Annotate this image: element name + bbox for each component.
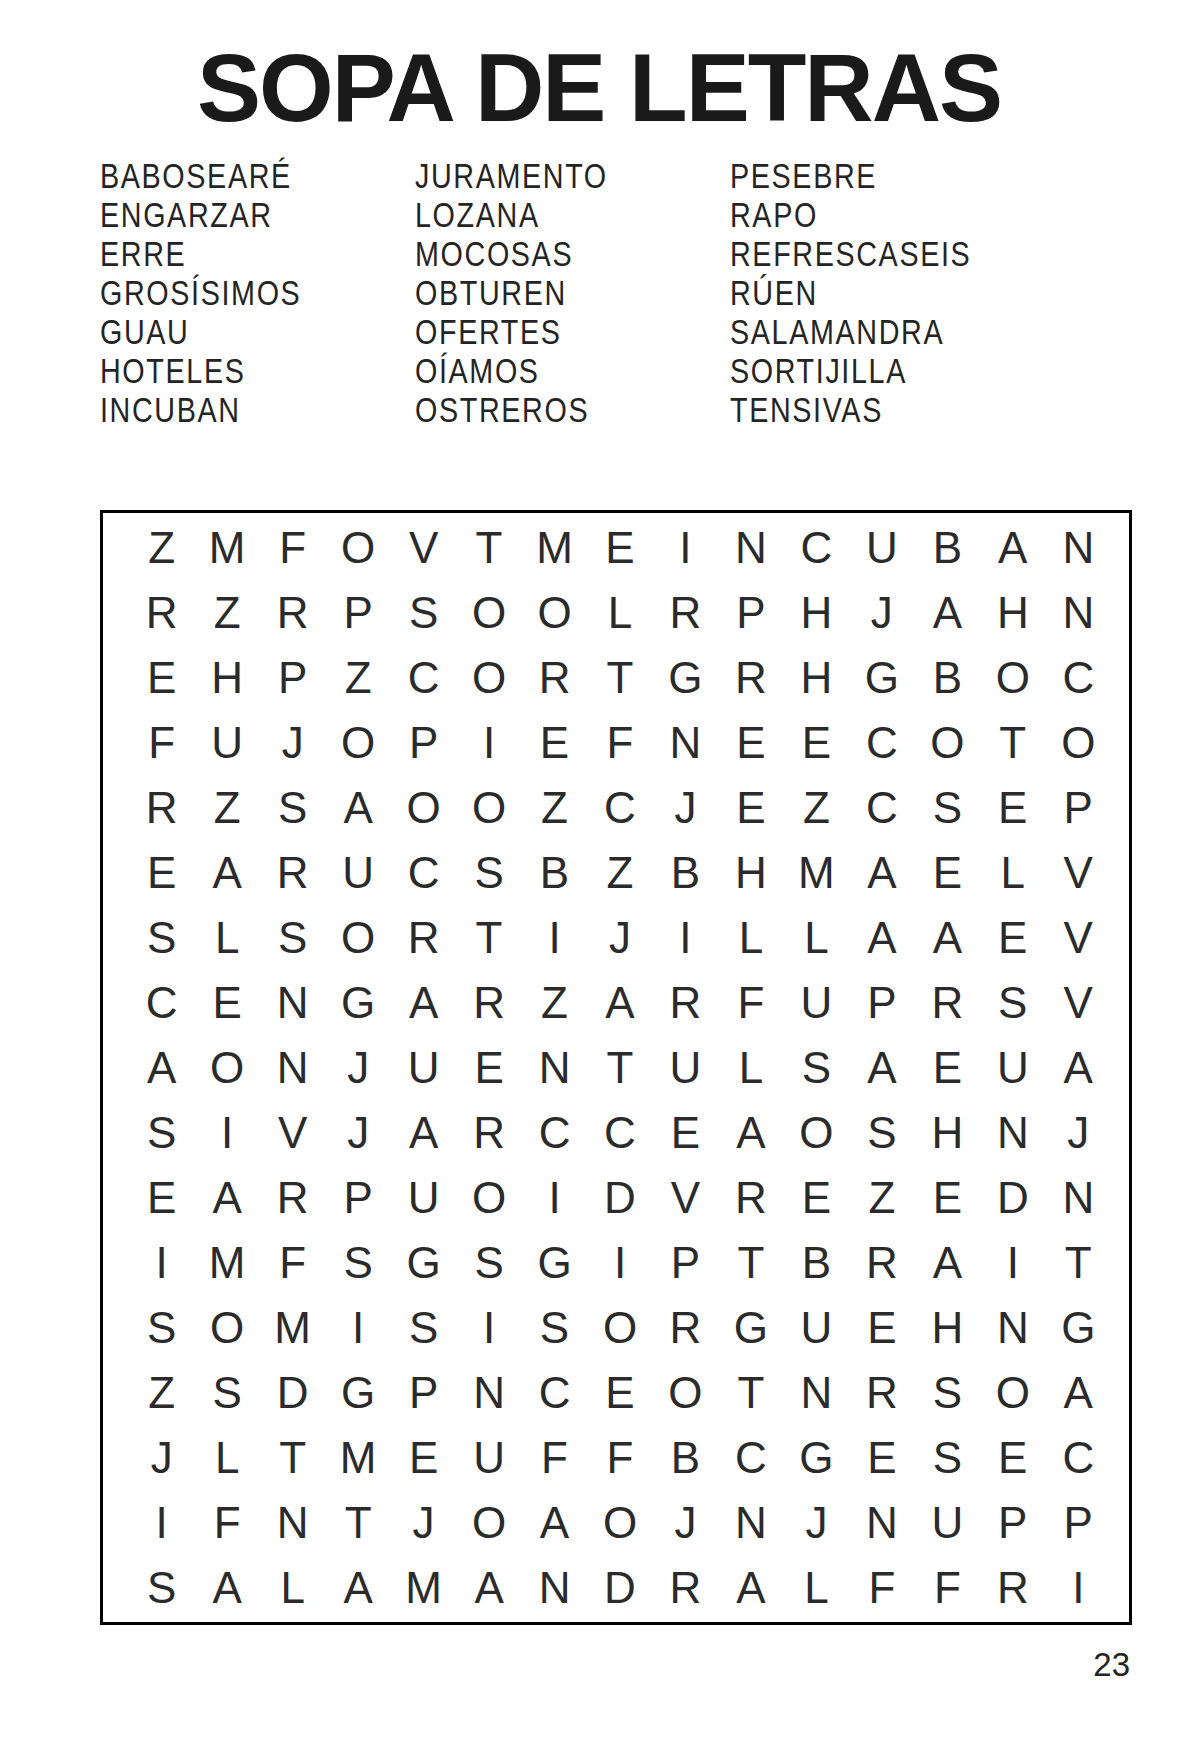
grid-cell[interactable]: A bbox=[325, 775, 390, 840]
grid-cell[interactable]: E bbox=[980, 1425, 1045, 1490]
grid-cell[interactable]: O bbox=[587, 1490, 652, 1555]
grid-cell[interactable]: A bbox=[391, 970, 456, 1035]
grid-cell[interactable]: U bbox=[391, 1165, 456, 1230]
grid-cell[interactable]: F bbox=[718, 970, 783, 1035]
grid-cell[interactable]: U bbox=[784, 1295, 849, 1360]
grid-cell[interactable]: Z bbox=[129, 515, 194, 580]
grid-cell[interactable]: P bbox=[980, 1490, 1045, 1555]
grid-cell[interactable]: E bbox=[784, 710, 849, 775]
grid-cell[interactable]: D bbox=[587, 1555, 652, 1620]
grid-cell[interactable]: E bbox=[784, 1165, 849, 1230]
word-list-item: ENGARZAR bbox=[100, 195, 358, 234]
grid-cell[interactable]: N bbox=[522, 1555, 587, 1620]
grid-cell[interactable]: S bbox=[129, 905, 194, 970]
grid-cell[interactable]: E bbox=[718, 775, 783, 840]
grid-cell[interactable]: T bbox=[456, 905, 521, 970]
grid-cell[interactable]: C bbox=[391, 840, 456, 905]
grid-cell[interactable]: B bbox=[915, 515, 980, 580]
grid-cell[interactable]: E bbox=[129, 840, 194, 905]
grid-cell[interactable]: L bbox=[980, 840, 1045, 905]
grid-cell[interactable]: L bbox=[587, 580, 652, 645]
grid-cell[interactable]: I bbox=[587, 1230, 652, 1295]
grid-cell[interactable]: V bbox=[653, 1165, 718, 1230]
grid-cell[interactable]: B bbox=[784, 1230, 849, 1295]
grid-cell[interactable]: O bbox=[456, 775, 521, 840]
grid-cell[interactable]: R bbox=[653, 1555, 718, 1620]
grid-cell[interactable]: E bbox=[129, 645, 194, 710]
grid-cell[interactable]: J bbox=[129, 1425, 194, 1490]
grid-cell[interactable]: R bbox=[260, 840, 325, 905]
grid-cell[interactable]: I bbox=[129, 1230, 194, 1295]
grid-cell[interactable]: N bbox=[980, 1100, 1045, 1165]
grid-cell[interactable]: U bbox=[456, 1425, 521, 1490]
grid-cell[interactable]: S bbox=[456, 840, 521, 905]
grid-cell[interactable]: F bbox=[915, 1555, 980, 1620]
grid-cell[interactable]: R bbox=[915, 970, 980, 1035]
grid-cell[interactable]: F bbox=[194, 1490, 259, 1555]
grid-cell[interactable]: O bbox=[456, 645, 521, 710]
grid-cell[interactable]: H bbox=[718, 840, 783, 905]
word-list-item: OBTUREN bbox=[415, 273, 673, 312]
grid-cell[interactable]: A bbox=[980, 515, 1045, 580]
grid-cell[interactable]: S bbox=[129, 1100, 194, 1165]
grid-cell[interactable]: S bbox=[915, 1425, 980, 1490]
grid-cell[interactable]: V bbox=[1046, 840, 1111, 905]
grid-cell[interactable]: S bbox=[849, 1100, 914, 1165]
grid-cell[interactable]: P bbox=[325, 1165, 390, 1230]
page-title: SOPA DE LETRAS bbox=[0, 40, 1198, 136]
word-list-item: INCUBAN bbox=[100, 390, 358, 429]
grid-cell[interactable]: Z bbox=[522, 970, 587, 1035]
word-list-item: BABOSEARÉ bbox=[100, 156, 358, 195]
grid-cell[interactable]: N bbox=[653, 710, 718, 775]
page-number: 23 bbox=[100, 1646, 1130, 1684]
grid-cell[interactable]: S bbox=[915, 775, 980, 840]
grid-cell[interactable]: F bbox=[522, 1425, 587, 1490]
grid-cell[interactable]: A bbox=[915, 580, 980, 645]
grid-cell[interactable]: S bbox=[325, 1230, 390, 1295]
grid-cell[interactable]: M bbox=[325, 1425, 390, 1490]
grid-cell[interactable]: I bbox=[980, 1230, 1045, 1295]
grid-cell[interactable]: R bbox=[129, 580, 194, 645]
grid-cell[interactable]: S bbox=[194, 1360, 259, 1425]
word-list-column: JURAMENTOLOZANAMOCOSASOBTURENOFERTESOÍAM… bbox=[415, 156, 730, 429]
grid-cell[interactable]: G bbox=[325, 1360, 390, 1425]
grid-cell[interactable]: E bbox=[915, 840, 980, 905]
word-list-item: HOTELES bbox=[100, 351, 358, 390]
grid-cell[interactable]: S bbox=[129, 1555, 194, 1620]
grid-cell[interactable]: G bbox=[522, 1230, 587, 1295]
grid-cell[interactable]: U bbox=[653, 1035, 718, 1100]
grid-cell[interactable]: T bbox=[260, 1425, 325, 1490]
grid-cell[interactable]: O bbox=[456, 1165, 521, 1230]
grid-cell[interactable]: R bbox=[456, 970, 521, 1035]
grid-cell[interactable]: L bbox=[194, 905, 259, 970]
grid-cell[interactable]: E bbox=[129, 1165, 194, 1230]
word-list-item: RÚEN bbox=[730, 273, 971, 312]
grid-cell[interactable]: I bbox=[1046, 1555, 1111, 1620]
grid-cell[interactable]: R bbox=[718, 1165, 783, 1230]
grid-cell[interactable]: V bbox=[391, 515, 456, 580]
grid-cell[interactable]: O bbox=[980, 1360, 1045, 1425]
grid-cell[interactable]: N bbox=[522, 1035, 587, 1100]
word-list-item: MOCOSAS bbox=[415, 234, 673, 273]
grid-cell[interactable]: A bbox=[849, 840, 914, 905]
grid-cell[interactable]: E bbox=[456, 1035, 521, 1100]
word-list-item: REFRESCASEIS bbox=[730, 234, 971, 273]
grid-cell[interactable]: F bbox=[587, 710, 652, 775]
grid-cell[interactable]: I bbox=[456, 710, 521, 775]
grid-cell[interactable]: H bbox=[980, 580, 1045, 645]
grid-cell[interactable]: T bbox=[980, 710, 1045, 775]
grid-cell[interactable]: O bbox=[1046, 710, 1111, 775]
grid-cell[interactable]: A bbox=[391, 1100, 456, 1165]
grid-cell[interactable]: O bbox=[522, 580, 587, 645]
grid-cell[interactable]: N bbox=[980, 1295, 1045, 1360]
grid-cell[interactable]: E bbox=[915, 1165, 980, 1230]
word-list-item: OÍAMOS bbox=[415, 351, 673, 390]
grid-cell[interactable]: A bbox=[915, 905, 980, 970]
grid-cell[interactable]: R bbox=[849, 1360, 914, 1425]
grid-cell[interactable]: N bbox=[260, 970, 325, 1035]
grid-cell[interactable]: G bbox=[1046, 1295, 1111, 1360]
letter-grid: ZMFOVTMEINCUBANRZRPSOOLRPHJAHNEHPZCORTGR… bbox=[100, 510, 1132, 1625]
grid-cell[interactable]: A bbox=[194, 840, 259, 905]
grid-cell[interactable]: Z bbox=[587, 840, 652, 905]
grid-cell[interactable]: F bbox=[260, 1230, 325, 1295]
word-list-item: JURAMENTO bbox=[415, 156, 673, 195]
grid-cell[interactable]: G bbox=[325, 970, 390, 1035]
grid-cell[interactable]: N bbox=[1046, 580, 1111, 645]
grid-cell[interactable]: N bbox=[784, 1360, 849, 1425]
grid-cell[interactable]: A bbox=[194, 1555, 259, 1620]
grid-cell[interactable]: O bbox=[194, 1295, 259, 1360]
grid-cell[interactable]: E bbox=[522, 710, 587, 775]
grid-cell[interactable]: M bbox=[194, 1230, 259, 1295]
grid-cell[interactable]: O bbox=[325, 905, 390, 970]
grid-cell[interactable]: D bbox=[260, 1360, 325, 1425]
grid-cell[interactable]: H bbox=[915, 1295, 980, 1360]
grid-cell[interactable]: N bbox=[849, 1490, 914, 1555]
grid-cell[interactable]: J bbox=[325, 1035, 390, 1100]
grid-cell[interactable]: I bbox=[194, 1100, 259, 1165]
grid-cell[interactable]: A bbox=[718, 1100, 783, 1165]
grid-cell[interactable]: T bbox=[587, 645, 652, 710]
grid-cell[interactable]: N bbox=[260, 1490, 325, 1555]
grid-cell[interactable]: E bbox=[980, 775, 1045, 840]
grid-cell[interactable]: M bbox=[194, 515, 259, 580]
grid-cell[interactable]: O bbox=[587, 1295, 652, 1360]
word-list-item: RAPO bbox=[730, 195, 971, 234]
grid-cell[interactable]: B bbox=[915, 645, 980, 710]
grid-cell[interactable]: L bbox=[784, 905, 849, 970]
word-list-column: PESEBRERAPOREFRESCASEISRÚENSALAMANDRASOR… bbox=[730, 156, 1024, 429]
grid-cell[interactable]: O bbox=[456, 580, 521, 645]
grid-cell[interactable]: J bbox=[1046, 1100, 1111, 1165]
grid-cell[interactable]: R bbox=[849, 1230, 914, 1295]
grid-cell[interactable]: S bbox=[980, 970, 1045, 1035]
grid-cell[interactable]: C bbox=[784, 515, 849, 580]
grid-cell[interactable]: E bbox=[391, 1425, 456, 1490]
grid-cell[interactable]: T bbox=[456, 515, 521, 580]
word-list-item: GUAU bbox=[100, 312, 358, 351]
grid-cell[interactable]: E bbox=[194, 970, 259, 1035]
grid-cell[interactable]: Z bbox=[194, 775, 259, 840]
grid-cell[interactable]: J bbox=[784, 1490, 849, 1555]
grid-cell[interactable]: Z bbox=[784, 775, 849, 840]
grid-cell[interactable]: R bbox=[456, 1100, 521, 1165]
grid-cell[interactable]: S bbox=[260, 905, 325, 970]
grid-cell[interactable]: T bbox=[587, 1035, 652, 1100]
grid-cell[interactable]: E bbox=[849, 1425, 914, 1490]
grid-cell[interactable]: U bbox=[784, 970, 849, 1035]
grid-cell[interactable]: O bbox=[325, 710, 390, 775]
grid-cell[interactable]: N bbox=[718, 1490, 783, 1555]
word-list-item: SALAMANDRA bbox=[730, 312, 971, 351]
grid-cell[interactable]: E bbox=[653, 1100, 718, 1165]
grid-cell[interactable]: A bbox=[587, 970, 652, 1035]
grid-cell[interactable]: U bbox=[325, 840, 390, 905]
grid-cell[interactable]: P bbox=[718, 580, 783, 645]
grid-cell[interactable]: C bbox=[587, 775, 652, 840]
grid-cell[interactable]: P bbox=[849, 970, 914, 1035]
word-list-item: OSTREROS bbox=[415, 390, 673, 429]
grid-cell[interactable]: L bbox=[718, 905, 783, 970]
word-list-item: TENSIVAS bbox=[730, 390, 971, 429]
grid-cell[interactable]: P bbox=[391, 710, 456, 775]
grid-cell[interactable]: O bbox=[391, 775, 456, 840]
word-list-item: GROSÍSIMOS bbox=[100, 273, 358, 312]
grid-cell[interactable]: G bbox=[653, 645, 718, 710]
grid-cell[interactable]: O bbox=[915, 710, 980, 775]
grid-cell[interactable]: I bbox=[653, 905, 718, 970]
grid-cell[interactable]: A bbox=[1046, 1035, 1111, 1100]
grid-cell[interactable]: R bbox=[980, 1555, 1045, 1620]
grid-cell[interactable]: U bbox=[849, 515, 914, 580]
grid-cell[interactable]: D bbox=[980, 1165, 1045, 1230]
grid-cell[interactable]: E bbox=[915, 1035, 980, 1100]
grid-cell[interactable]: J bbox=[849, 580, 914, 645]
grid-cell[interactable]: M bbox=[784, 840, 849, 905]
grid-cell[interactable]: O bbox=[325, 515, 390, 580]
grid-cell[interactable]: A bbox=[1046, 1360, 1111, 1425]
grid-cell[interactable]: O bbox=[653, 1360, 718, 1425]
grid-cell[interactable]: G bbox=[849, 645, 914, 710]
word-list-column: BABOSEARÉENGARZARERREGROSÍSIMOSGUAUHOTEL… bbox=[100, 156, 415, 429]
grid-cell[interactable]: T bbox=[325, 1490, 390, 1555]
grid-cell[interactable]: P bbox=[1046, 1490, 1111, 1555]
grid-cell[interactable]: A bbox=[129, 1035, 194, 1100]
grid-cell[interactable]: S bbox=[391, 1295, 456, 1360]
word-list: BABOSEARÉENGARZARERREGROSÍSIMOSGUAUHOTEL… bbox=[100, 156, 1024, 429]
grid-cell[interactable]: E bbox=[587, 1360, 652, 1425]
grid-cell[interactable]: R bbox=[522, 645, 587, 710]
grid-cell[interactable]: M bbox=[260, 1295, 325, 1360]
grid-cell[interactable]: F bbox=[129, 710, 194, 775]
grid-cell[interactable]: Z bbox=[522, 775, 587, 840]
grid-cell[interactable]: N bbox=[718, 515, 783, 580]
grid-cell[interactable]: H bbox=[915, 1100, 980, 1165]
grid-cell[interactable]: R bbox=[260, 1165, 325, 1230]
grid-cell[interactable]: L bbox=[718, 1035, 783, 1100]
grid-cell[interactable]: P bbox=[325, 580, 390, 645]
grid-cell[interactable]: A bbox=[915, 1230, 980, 1295]
grid-cell[interactable]: I bbox=[653, 515, 718, 580]
grid-cell[interactable]: C bbox=[718, 1425, 783, 1490]
grid-cell[interactable]: Z bbox=[129, 1360, 194, 1425]
grid-cell[interactable]: I bbox=[325, 1295, 390, 1360]
grid-cell[interactable]: O bbox=[194, 1035, 259, 1100]
grid-cell[interactable]: C bbox=[587, 1100, 652, 1165]
grid-cell[interactable]: I bbox=[522, 1165, 587, 1230]
grid-cell[interactable]: N bbox=[456, 1360, 521, 1425]
grid-cell[interactable]: C bbox=[1046, 1425, 1111, 1490]
grid-cell[interactable]: J bbox=[260, 710, 325, 775]
grid-cell[interactable]: S bbox=[784, 1035, 849, 1100]
grid-cell[interactable]: F bbox=[849, 1555, 914, 1620]
grid-cell[interactable]: A bbox=[849, 905, 914, 970]
grid-cell[interactable]: A bbox=[325, 1555, 390, 1620]
grid-cell[interactable]: T bbox=[718, 1360, 783, 1425]
grid-cell[interactable]: J bbox=[587, 905, 652, 970]
grid-cell[interactable]: T bbox=[718, 1230, 783, 1295]
grid-cell[interactable]: S bbox=[915, 1360, 980, 1425]
grid-cell[interactable]: B bbox=[522, 840, 587, 905]
grid-cell[interactable]: V bbox=[1046, 905, 1111, 970]
grid-cell[interactable]: E bbox=[980, 905, 1045, 970]
grid-cell[interactable]: H bbox=[784, 645, 849, 710]
grid-cell[interactable]: Z bbox=[325, 645, 390, 710]
word-list-item: OFERTES bbox=[415, 312, 673, 351]
grid-cell[interactable]: P bbox=[653, 1230, 718, 1295]
word-list-item: LOZANA bbox=[415, 195, 673, 234]
grid-cell[interactable]: H bbox=[784, 580, 849, 645]
grid-cell[interactable]: A bbox=[718, 1555, 783, 1620]
grid-cell[interactable]: P bbox=[1046, 775, 1111, 840]
grid-cell[interactable]: R bbox=[260, 580, 325, 645]
grid-cell[interactable]: O bbox=[980, 645, 1045, 710]
grid-cell[interactable]: N bbox=[1046, 515, 1111, 580]
grid-cell[interactable]: V bbox=[1046, 970, 1111, 1035]
grid-cell[interactable]: S bbox=[260, 775, 325, 840]
grid-cell[interactable]: S bbox=[522, 1295, 587, 1360]
grid-cell[interactable]: E bbox=[587, 515, 652, 580]
grid-cell[interactable]: A bbox=[849, 1035, 914, 1100]
grid-cell[interactable]: P bbox=[260, 645, 325, 710]
grid-cell[interactable]: B bbox=[653, 840, 718, 905]
grid-cell[interactable]: H bbox=[194, 645, 259, 710]
grid-cell[interactable]: C bbox=[129, 970, 194, 1035]
grid-cell[interactable]: R bbox=[653, 1295, 718, 1360]
grid-cell[interactable]: G bbox=[784, 1425, 849, 1490]
grid-cell[interactable]: V bbox=[260, 1100, 325, 1165]
grid-cell[interactable]: Z bbox=[849, 1165, 914, 1230]
grid-cell[interactable]: S bbox=[129, 1295, 194, 1360]
grid-cell[interactable]: M bbox=[522, 515, 587, 580]
grid-cell[interactable]: Z bbox=[194, 580, 259, 645]
grid-cell[interactable]: R bbox=[653, 970, 718, 1035]
grid-cell[interactable]: O bbox=[456, 1490, 521, 1555]
grid-cell[interactable]: F bbox=[587, 1425, 652, 1490]
grid-cell[interactable]: J bbox=[653, 1490, 718, 1555]
grid-cell[interactable]: E bbox=[718, 710, 783, 775]
grid-cell[interactable]: U bbox=[391, 1035, 456, 1100]
grid-cell[interactable]: C bbox=[522, 1100, 587, 1165]
grid-cell[interactable]: R bbox=[129, 775, 194, 840]
grid-cell[interactable]: J bbox=[325, 1100, 390, 1165]
grid-cell[interactable]: C bbox=[1046, 645, 1111, 710]
grid-cell[interactable]: I bbox=[456, 1295, 521, 1360]
grid-cell[interactable]: J bbox=[653, 775, 718, 840]
word-list-item: PESEBRE bbox=[730, 156, 971, 195]
grid-cell[interactable]: J bbox=[391, 1490, 456, 1555]
grid-cell[interactable]: F bbox=[260, 515, 325, 580]
grid-cell[interactable]: T bbox=[1046, 1230, 1111, 1295]
grid-cell[interactable]: A bbox=[194, 1165, 259, 1230]
grid-cell[interactable]: E bbox=[849, 1295, 914, 1360]
grid-cell[interactable]: L bbox=[260, 1555, 325, 1620]
grid-cell[interactable]: O bbox=[784, 1100, 849, 1165]
grid-cell[interactable]: A bbox=[522, 1490, 587, 1555]
grid-cell[interactable]: U bbox=[915, 1490, 980, 1555]
grid-cell[interactable]: C bbox=[849, 710, 914, 775]
grid-cell[interactable]: I bbox=[522, 905, 587, 970]
grid-cell[interactable]: R bbox=[391, 905, 456, 970]
grid-cell[interactable]: S bbox=[456, 1230, 521, 1295]
grid-cell[interactable]: L bbox=[194, 1425, 259, 1490]
grid-cell[interactable]: G bbox=[718, 1295, 783, 1360]
grid-cell[interactable]: N bbox=[260, 1035, 325, 1100]
grid-cell[interactable]: N bbox=[1046, 1165, 1111, 1230]
word-list-item: SORTIJILLA bbox=[730, 351, 971, 390]
grid-cell[interactable]: R bbox=[718, 645, 783, 710]
grid-cell[interactable]: C bbox=[849, 775, 914, 840]
word-list-item: ERRE bbox=[100, 234, 358, 273]
grid-cell[interactable]: I bbox=[129, 1490, 194, 1555]
grid-cell[interactable]: B bbox=[653, 1425, 718, 1490]
grid-cell[interactable]: G bbox=[391, 1230, 456, 1295]
grid-cell[interactable]: M bbox=[391, 1555, 456, 1620]
grid-cell[interactable]: C bbox=[391, 645, 456, 710]
grid-cell[interactable]: A bbox=[456, 1555, 521, 1620]
grid-cell[interactable]: U bbox=[980, 1035, 1045, 1100]
grid-cell[interactable]: U bbox=[194, 710, 259, 775]
puzzle-page: SOPA DE LETRAS BABOSEARÉENGARZARERREGROS… bbox=[0, 0, 1198, 1745]
grid-cell[interactable]: D bbox=[587, 1165, 652, 1230]
grid-cell[interactable]: L bbox=[784, 1555, 849, 1620]
grid-cell[interactable]: C bbox=[522, 1360, 587, 1425]
grid-cell[interactable]: S bbox=[391, 580, 456, 645]
grid-cell[interactable]: P bbox=[391, 1360, 456, 1425]
grid-cell[interactable]: R bbox=[653, 580, 718, 645]
